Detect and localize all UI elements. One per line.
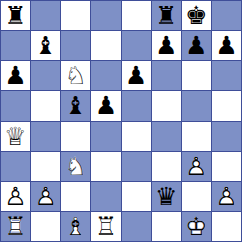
square-f1[interactable] [152, 212, 181, 241]
square-a8[interactable]: ♜ [1, 1, 30, 30]
piece-black-pawn: ♟ [152, 31, 181, 60]
square-d2[interactable] [91, 182, 120, 211]
chess-board-frame: ♜♜♚♝♟♟♟♟♞♘♟♝♟♛♕♞♘♟♙♟♙♟♙♛♟♙♜♖♝♗♜♖♚♔ [0, 0, 242, 242]
square-b4[interactable] [31, 122, 60, 151]
piece-black-pawn: ♟ [122, 61, 151, 90]
piece-black-rook: ♜ [1, 1, 30, 30]
square-e3[interactable] [122, 152, 151, 181]
square-b2[interactable]: ♟♙ [31, 182, 60, 211]
square-h2[interactable]: ♟♙ [212, 182, 241, 211]
square-e7[interactable] [122, 31, 151, 60]
square-e5[interactable] [122, 91, 151, 120]
piece-black-pawn: ♟ [91, 91, 120, 120]
square-c3[interactable]: ♞♘ [61, 152, 90, 181]
square-d3[interactable] [91, 152, 120, 181]
piece-white-rook: ♜♖ [1, 212, 30, 241]
square-f5[interactable] [152, 91, 181, 120]
square-f7[interactable]: ♟ [152, 31, 181, 60]
square-g6[interactable] [182, 61, 211, 90]
square-a3[interactable] [1, 152, 30, 181]
square-c4[interactable] [61, 122, 90, 151]
square-b8[interactable] [31, 1, 60, 30]
square-c2[interactable] [61, 182, 90, 211]
piece-white-knight: ♞♘ [61, 152, 90, 181]
square-d5[interactable]: ♟ [91, 91, 120, 120]
square-b5[interactable] [31, 91, 60, 120]
piece-white-pawn: ♟♙ [182, 152, 211, 181]
square-a7[interactable] [1, 31, 30, 60]
square-e1[interactable] [122, 212, 151, 241]
square-c5[interactable]: ♝ [61, 91, 90, 120]
square-a1[interactable]: ♜♖ [1, 212, 30, 241]
piece-white-bishop: ♝♗ [61, 212, 90, 241]
square-g4[interactable] [182, 122, 211, 151]
square-f2[interactable]: ♛ [152, 182, 181, 211]
piece-black-bishop: ♝ [31, 31, 60, 60]
square-a5[interactable] [1, 91, 30, 120]
square-a4[interactable]: ♛♕ [1, 122, 30, 151]
square-f6[interactable] [152, 61, 181, 90]
square-e6[interactable]: ♟ [122, 61, 151, 90]
square-e2[interactable] [122, 182, 151, 211]
square-h3[interactable] [212, 152, 241, 181]
piece-black-rook: ♜ [152, 1, 181, 30]
square-f4[interactable] [152, 122, 181, 151]
square-d1[interactable]: ♜♖ [91, 212, 120, 241]
square-c6[interactable]: ♞♘ [61, 61, 90, 90]
square-g3[interactable]: ♟♙ [182, 152, 211, 181]
square-h1[interactable] [212, 212, 241, 241]
square-d7[interactable] [91, 31, 120, 60]
square-e8[interactable] [122, 1, 151, 30]
piece-black-queen: ♛ [152, 182, 181, 211]
piece-white-rook: ♜♖ [91, 212, 120, 241]
square-d8[interactable] [91, 1, 120, 30]
square-c8[interactable] [61, 1, 90, 30]
square-d6[interactable] [91, 61, 120, 90]
piece-white-queen: ♛♕ [1, 122, 30, 151]
square-b6[interactable] [31, 61, 60, 90]
square-f8[interactable]: ♜ [152, 1, 181, 30]
square-b3[interactable] [31, 152, 60, 181]
piece-black-pawn: ♟ [182, 31, 211, 60]
piece-white-king: ♚♔ [182, 212, 211, 241]
square-b1[interactable] [31, 212, 60, 241]
square-h7[interactable]: ♟ [212, 31, 241, 60]
square-h5[interactable] [212, 91, 241, 120]
square-f3[interactable] [152, 152, 181, 181]
square-a2[interactable]: ♟♙ [1, 182, 30, 211]
square-a6[interactable]: ♟ [1, 61, 30, 90]
piece-black-pawn: ♟ [1, 61, 30, 90]
piece-black-king: ♚ [182, 1, 211, 30]
square-g1[interactable]: ♚♔ [182, 212, 211, 241]
piece-black-pawn: ♟ [212, 31, 241, 60]
chess-board: ♜♜♚♝♟♟♟♟♞♘♟♝♟♛♕♞♘♟♙♟♙♟♙♛♟♙♜♖♝♗♜♖♚♔ [1, 1, 241, 241]
piece-white-pawn: ♟♙ [212, 182, 241, 211]
square-h6[interactable] [212, 61, 241, 90]
square-d4[interactable] [91, 122, 120, 151]
square-h4[interactable] [212, 122, 241, 151]
square-g5[interactable] [182, 91, 211, 120]
piece-white-pawn: ♟♙ [31, 182, 60, 211]
square-e4[interactable] [122, 122, 151, 151]
square-g8[interactable]: ♚ [182, 1, 211, 30]
square-g7[interactable]: ♟ [182, 31, 211, 60]
piece-white-pawn: ♟♙ [1, 182, 30, 211]
square-g2[interactable] [182, 182, 211, 211]
piece-white-knight: ♞♘ [61, 61, 90, 90]
square-c1[interactable]: ♝♗ [61, 212, 90, 241]
square-h8[interactable] [212, 1, 241, 30]
piece-black-bishop: ♝ [61, 91, 90, 120]
square-c7[interactable] [61, 31, 90, 60]
square-b7[interactable]: ♝ [31, 31, 60, 60]
